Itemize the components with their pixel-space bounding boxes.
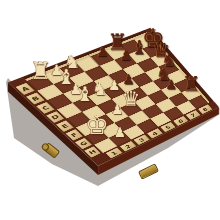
chess-set-photo: ABCDEFGH12345678 ♚♜♝♟♛♟♞♞♟♞♜♟♝♟♟♜♟♞♝♛♟♚♟	[0, 0, 220, 220]
brass-hinge-icon	[138, 163, 159, 179]
